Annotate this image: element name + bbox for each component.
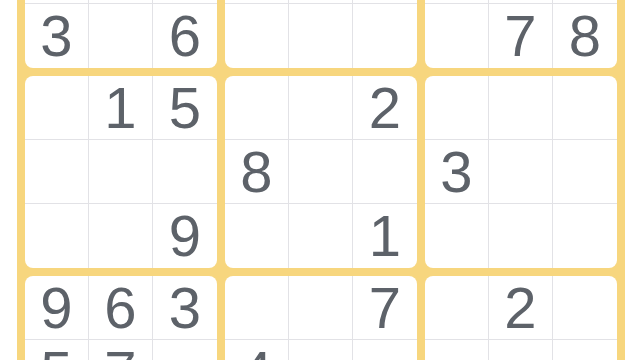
cell-r5c3[interactable] <box>153 140 217 204</box>
cell-r8c5[interactable] <box>289 340 353 360</box>
box-2-1: 159 <box>25 76 217 268</box>
cell-r6c5[interactable] <box>289 204 353 268</box>
cell-digit: 3 <box>169 279 201 337</box>
cell-r3c1[interactable]: 3 <box>25 4 89 68</box>
cell-r6c7[interactable] <box>425 204 489 268</box>
cell-r7c7[interactable] <box>425 276 489 340</box>
box-3-3: 2 <box>425 276 617 360</box>
cell-r3c5[interactable] <box>289 4 353 68</box>
cell-digit: 5 <box>169 79 201 137</box>
cell-r6c4[interactable] <box>225 204 289 268</box>
cell-digit: 7 <box>369 279 401 337</box>
cell-r3c8[interactable]: 7 <box>489 4 553 68</box>
cell-r5c8[interactable] <box>489 140 553 204</box>
cell-r4c9[interactable] <box>553 76 617 140</box>
cell-digit: 8 <box>569 7 601 65</box>
cell-r7c1[interactable]: 9 <box>25 276 89 340</box>
sudoku-board: 3678159281396357742 <box>17 0 625 360</box>
cell-digit: 6 <box>104 279 136 337</box>
box-3-2: 74 <box>225 276 417 360</box>
cell-digit: 2 <box>369 79 401 137</box>
box-3-1: 96357 <box>25 276 217 360</box>
cell-r6c1[interactable] <box>25 204 89 268</box>
cell-r7c9[interactable] <box>553 276 617 340</box>
cell-r8c7[interactable] <box>425 340 489 360</box>
cell-r7c4[interactable] <box>225 276 289 340</box>
cell-digit: 7 <box>504 7 536 65</box>
cell-digit: 1 <box>104 79 136 137</box>
cell-r5c7[interactable]: 3 <box>425 140 489 204</box>
box-2-3: 3 <box>425 76 617 268</box>
cell-r3c2[interactable] <box>89 4 153 68</box>
cell-r4c3[interactable]: 5 <box>153 76 217 140</box>
cell-r6c2[interactable] <box>89 204 153 268</box>
cell-digit: 2 <box>504 279 536 337</box>
cell-digit: 9 <box>40 279 72 337</box>
cell-r3c3[interactable]: 6 <box>153 4 217 68</box>
cell-r4c6[interactable]: 2 <box>353 76 417 140</box>
cell-r6c3[interactable]: 9 <box>153 204 217 268</box>
box-1-3: 78 <box>425 0 617 68</box>
cell-r3c7[interactable] <box>425 4 489 68</box>
cell-r6c6[interactable]: 1 <box>353 204 417 268</box>
cell-r3c4[interactable] <box>225 4 289 68</box>
cell-digit: 3 <box>440 143 472 201</box>
cell-r8c6[interactable] <box>353 340 417 360</box>
cell-r4c2[interactable]: 1 <box>89 76 153 140</box>
cell-r5c2[interactable] <box>89 140 153 204</box>
cell-r5c1[interactable] <box>25 140 89 204</box>
cell-r7c3[interactable]: 3 <box>153 276 217 340</box>
cell-r6c9[interactable] <box>553 204 617 268</box>
cell-r5c5[interactable] <box>289 140 353 204</box>
cell-r8c3[interactable] <box>153 340 217 360</box>
cell-r5c6[interactable] <box>353 140 417 204</box>
cell-r8c2[interactable]: 7 <box>89 340 153 360</box>
cell-r4c1[interactable] <box>25 76 89 140</box>
cell-r4c4[interactable] <box>225 76 289 140</box>
cell-digit: 8 <box>240 143 272 201</box>
cell-digit: 4 <box>240 343 272 360</box>
cell-r8c1[interactable]: 5 <box>25 340 89 360</box>
cell-r8c9[interactable] <box>553 340 617 360</box>
cell-digit: 3 <box>40 7 72 65</box>
cell-r6c8[interactable] <box>489 204 553 268</box>
cell-r8c8[interactable] <box>489 340 553 360</box>
cell-digit: 7 <box>104 343 136 360</box>
box-2-2: 281 <box>225 76 417 268</box>
cell-r4c5[interactable] <box>289 76 353 140</box>
cell-r4c7[interactable] <box>425 76 489 140</box>
cell-r7c2[interactable]: 6 <box>89 276 153 340</box>
cell-r8c4[interactable]: 4 <box>225 340 289 360</box>
box-1-2 <box>225 0 417 68</box>
cell-r7c8[interactable]: 2 <box>489 276 553 340</box>
cell-digit: 1 <box>369 207 401 265</box>
cell-digit: 9 <box>169 207 201 265</box>
cell-r5c9[interactable] <box>553 140 617 204</box>
cell-r7c6[interactable]: 7 <box>353 276 417 340</box>
cell-r7c5[interactable] <box>289 276 353 340</box>
cell-r5c4[interactable]: 8 <box>225 140 289 204</box>
sudoku-board-viewport: 3678159281396357742 <box>0 0 640 360</box>
cell-r4c8[interactable] <box>489 76 553 140</box>
cell-digit: 6 <box>169 7 201 65</box>
cell-digit: 5 <box>40 343 72 360</box>
cell-r3c6[interactable] <box>353 4 417 68</box>
box-1-1: 36 <box>25 0 217 68</box>
cell-r3c9[interactable]: 8 <box>553 4 617 68</box>
